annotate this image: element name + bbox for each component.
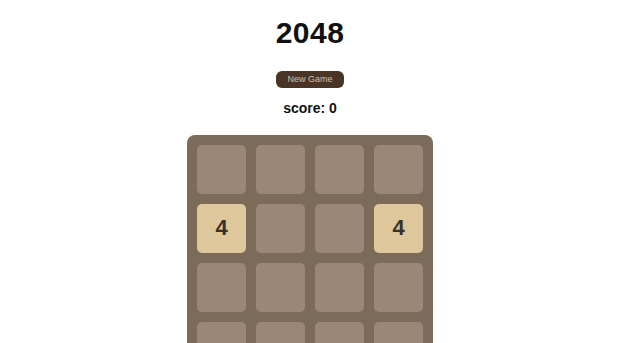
board-cell-empty — [256, 322, 305, 343]
board-cell-empty — [315, 322, 364, 343]
board-cell-empty — [256, 145, 305, 194]
board-cell-empty — [256, 204, 305, 253]
board-cell-empty — [374, 263, 423, 312]
board-cell-empty — [374, 145, 423, 194]
score-label: score: — [283, 100, 325, 116]
game-title: 2048 — [276, 16, 345, 51]
board-cell-empty — [315, 263, 364, 312]
game-root: 2048 New Game score: 0 44 — [0, 0, 620, 343]
board-cell-empty — [197, 322, 246, 343]
tile-4: 4 — [374, 204, 423, 253]
new-game-button[interactable]: New Game — [276, 71, 343, 88]
board: 44 — [187, 135, 433, 343]
board-cell-empty — [374, 322, 423, 343]
score-value: 0 — [329, 100, 337, 116]
board-cell-empty — [197, 145, 246, 194]
board-cell-empty — [197, 263, 246, 312]
score-display: score: 0 — [283, 100, 337, 116]
board-cell-empty — [315, 145, 364, 194]
board-cell-empty — [256, 263, 305, 312]
tile-4: 4 — [197, 204, 246, 253]
board-cell-empty — [315, 204, 364, 253]
